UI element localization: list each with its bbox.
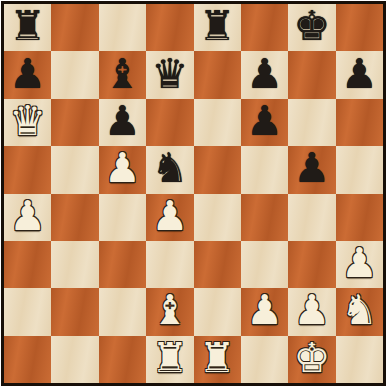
white-pawn: ♟ [104, 146, 141, 192]
black-pawn: ♟ [246, 51, 283, 97]
square-h4[interactable] [336, 194, 383, 241]
square-d7[interactable]: ♛ [146, 51, 193, 98]
square-c8[interactable] [99, 4, 146, 51]
square-f8[interactable] [241, 4, 288, 51]
white-rook: ♜ [151, 336, 188, 382]
square-d8[interactable] [146, 4, 193, 51]
black-pawn: ♟ [246, 99, 283, 145]
white-king: ♚ [294, 336, 331, 382]
square-e7[interactable] [194, 51, 241, 98]
square-a7[interactable]: ♟ [4, 51, 51, 98]
chess-board: ♜♜♚♟♝♛♟♟♛♟♟♟♞♟♟♟♟♝♟♟♞♜♜♚ [4, 4, 383, 383]
square-f4[interactable] [241, 194, 288, 241]
square-g6[interactable] [288, 99, 335, 146]
square-f3[interactable] [241, 241, 288, 288]
square-g7[interactable] [288, 51, 335, 98]
square-a3[interactable] [4, 241, 51, 288]
square-a6[interactable]: ♛ [4, 99, 51, 146]
square-g8[interactable]: ♚ [288, 4, 335, 51]
black-pawn: ♟ [9, 51, 46, 97]
white-queen: ♛ [9, 99, 46, 145]
square-f6[interactable]: ♟ [241, 99, 288, 146]
square-d5[interactable]: ♞ [146, 146, 193, 193]
square-h1[interactable] [336, 336, 383, 383]
square-f5[interactable] [241, 146, 288, 193]
square-a5[interactable] [4, 146, 51, 193]
square-d3[interactable] [146, 241, 193, 288]
square-e8[interactable]: ♜ [194, 4, 241, 51]
black-rook: ♜ [199, 4, 236, 50]
square-c3[interactable] [99, 241, 146, 288]
square-a1[interactable] [4, 336, 51, 383]
square-e5[interactable] [194, 146, 241, 193]
square-h2[interactable]: ♞ [336, 288, 383, 335]
square-d4[interactable]: ♟ [146, 194, 193, 241]
square-g5[interactable]: ♟ [288, 146, 335, 193]
square-c7[interactable]: ♝ [99, 51, 146, 98]
square-a8[interactable]: ♜ [4, 4, 51, 51]
square-c2[interactable] [99, 288, 146, 335]
white-rook: ♜ [199, 336, 236, 382]
square-a4[interactable]: ♟ [4, 194, 51, 241]
square-c6[interactable]: ♟ [99, 99, 146, 146]
square-h6[interactable] [336, 99, 383, 146]
square-b5[interactable] [51, 146, 98, 193]
square-c4[interactable] [99, 194, 146, 241]
black-pawn: ♟ [294, 146, 331, 192]
square-b2[interactable] [51, 288, 98, 335]
square-b7[interactable] [51, 51, 98, 98]
square-e2[interactable] [194, 288, 241, 335]
black-bishop: ♝ [104, 51, 141, 97]
square-e6[interactable] [194, 99, 241, 146]
square-h8[interactable] [336, 4, 383, 51]
square-e4[interactable] [194, 194, 241, 241]
square-g2[interactable]: ♟ [288, 288, 335, 335]
white-pawn: ♟ [294, 288, 331, 334]
black-queen: ♛ [151, 51, 188, 97]
white-knight: ♞ [341, 288, 378, 334]
square-c1[interactable] [99, 336, 146, 383]
square-e1[interactable]: ♜ [194, 336, 241, 383]
black-pawn: ♟ [104, 99, 141, 145]
square-g3[interactable] [288, 241, 335, 288]
square-c5[interactable]: ♟ [99, 146, 146, 193]
square-b8[interactable] [51, 4, 98, 51]
square-f7[interactable]: ♟ [241, 51, 288, 98]
square-d1[interactable]: ♜ [146, 336, 193, 383]
square-b4[interactable] [51, 194, 98, 241]
white-pawn: ♟ [9, 194, 46, 240]
square-e3[interactable] [194, 241, 241, 288]
square-d6[interactable] [146, 99, 193, 146]
square-h7[interactable]: ♟ [336, 51, 383, 98]
black-pawn: ♟ [341, 51, 378, 97]
square-d2[interactable]: ♝ [146, 288, 193, 335]
square-h5[interactable] [336, 146, 383, 193]
square-g4[interactable] [288, 194, 335, 241]
square-f2[interactable]: ♟ [241, 288, 288, 335]
white-pawn: ♟ [151, 194, 188, 240]
square-f1[interactable] [241, 336, 288, 383]
black-knight: ♞ [151, 146, 188, 192]
square-a2[interactable] [4, 288, 51, 335]
square-b6[interactable] [51, 99, 98, 146]
black-king: ♚ [294, 4, 331, 50]
square-g1[interactable]: ♚ [288, 336, 335, 383]
black-rook: ♜ [9, 4, 46, 50]
chess-board-frame: ♜♜♚♟♝♛♟♟♛♟♟♟♞♟♟♟♟♝♟♟♞♜♜♚ [1, 1, 386, 386]
white-pawn: ♟ [341, 241, 378, 287]
square-h3[interactable]: ♟ [336, 241, 383, 288]
square-b3[interactable] [51, 241, 98, 288]
square-b1[interactable] [51, 336, 98, 383]
white-bishop: ♝ [151, 288, 188, 334]
white-pawn: ♟ [246, 288, 283, 334]
